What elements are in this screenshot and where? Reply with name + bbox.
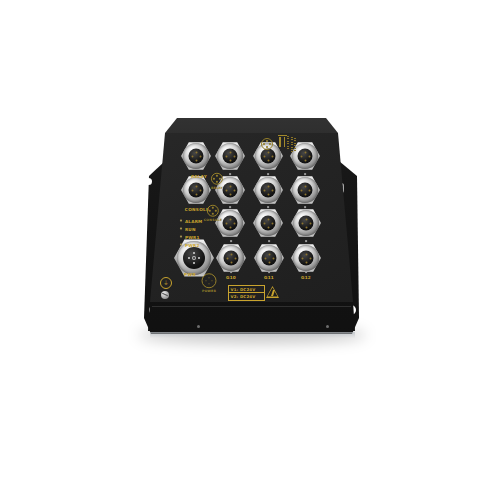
port-connector [251, 173, 285, 207]
port-led [304, 173, 306, 175]
port-led [230, 240, 232, 242]
relay-pinout-icon: RELAY [211, 173, 223, 190]
relay-label: RELAY [191, 174, 207, 179]
port-connector [288, 173, 322, 207]
micro-print [287, 136, 289, 150]
port-led [229, 173, 231, 175]
port-led [229, 206, 231, 208]
power-pinout-icon: POWER [202, 273, 217, 293]
pwr-label: PWR [184, 272, 196, 277]
warning-triangle-icon [266, 286, 279, 298]
ground-icon: ⏚ [160, 277, 172, 289]
chassis-seam [152, 306, 351, 307]
alarm-led: ALARM [180, 218, 202, 223]
port-g12-connector [289, 241, 323, 275]
ground-screw [161, 291, 169, 299]
led-dot [180, 227, 182, 229]
port-pinout-icon [261, 138, 273, 150]
port-g12-led [305, 271, 307, 273]
port-led [267, 173, 269, 175]
micro-print [291, 137, 293, 152]
port-g10-led [230, 271, 232, 273]
voltage-line-1: V1: DC24V [229, 286, 264, 293]
port-connector [251, 206, 285, 240]
front-panel [0, 0, 500, 500]
port-led [267, 206, 269, 208]
surface-reflection [150, 332, 355, 338]
voltage-rating-box: V1: DC24V V2: DC24V [228, 285, 265, 301]
port-g11-label: G11 [264, 275, 274, 280]
port-g11-led [268, 271, 270, 273]
port-g10-connector [214, 241, 248, 275]
chassis-screw [326, 325, 329, 328]
port-led [305, 240, 307, 242]
led-dot [180, 235, 182, 237]
port-led [304, 206, 306, 208]
led-dot [180, 243, 182, 245]
chassis-screw [197, 325, 200, 328]
port-connector [289, 206, 323, 240]
port-g10-label: G10 [226, 275, 236, 280]
pwr2-led: PWR2 [180, 242, 200, 247]
run-led: RUN [180, 226, 196, 231]
console-pinout-icon: CONSOLE [204, 205, 222, 222]
mount-hole [145, 178, 152, 185]
voltage-line-2: V2: DC24V [229, 293, 264, 299]
port-led [268, 240, 270, 242]
relay-connector [179, 139, 213, 173]
pwr1-led: PWR1 [180, 234, 200, 239]
port-g12-label: G12 [301, 275, 311, 280]
led-dot [180, 219, 182, 221]
micro-print [294, 138, 296, 151]
port-g11-connector [252, 241, 286, 275]
product-photo: RELAY CONSOLE PWR G10 G11 G12 ALARM RUN … [0, 0, 500, 500]
port-connector [213, 139, 247, 173]
